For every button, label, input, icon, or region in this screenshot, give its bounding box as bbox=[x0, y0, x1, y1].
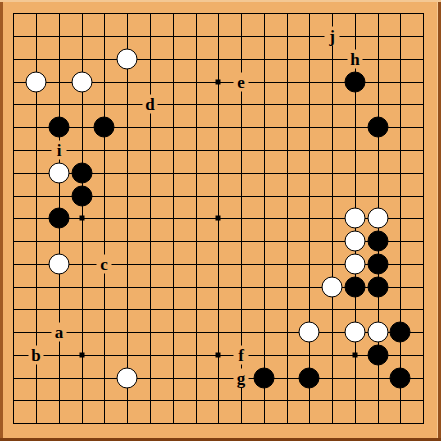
point-label-f: f bbox=[234, 346, 249, 365]
white-stone bbox=[49, 163, 70, 184]
black-stone bbox=[254, 368, 275, 389]
white-stone bbox=[322, 277, 343, 298]
black-stone bbox=[368, 254, 389, 275]
white-stone bbox=[117, 368, 138, 389]
star-point bbox=[80, 216, 85, 221]
white-stone bbox=[117, 49, 138, 70]
black-stone bbox=[390, 368, 411, 389]
white-stone bbox=[368, 322, 389, 343]
grid-line-vertical bbox=[400, 13, 401, 424]
white-stone bbox=[26, 72, 47, 93]
black-stone bbox=[368, 231, 389, 252]
point-label-j: j bbox=[325, 27, 340, 46]
black-stone bbox=[94, 117, 115, 138]
grid-line-horizontal bbox=[13, 378, 424, 379]
go-board: jhedicabfg bbox=[0, 0, 441, 441]
grid-line-horizontal bbox=[13, 400, 424, 401]
white-stone bbox=[345, 208, 366, 229]
white-stone bbox=[345, 231, 366, 252]
star-point bbox=[216, 80, 221, 85]
point-label-a: a bbox=[52, 323, 67, 342]
black-stone bbox=[72, 163, 93, 184]
point-label-e: e bbox=[234, 73, 249, 92]
black-stone bbox=[345, 277, 366, 298]
grid-line-vertical bbox=[264, 13, 265, 424]
black-stone bbox=[368, 277, 389, 298]
black-stone bbox=[368, 345, 389, 366]
star-point bbox=[216, 216, 221, 221]
point-label-b: b bbox=[29, 346, 44, 365]
black-stone bbox=[72, 186, 93, 207]
white-stone bbox=[299, 322, 320, 343]
white-stone bbox=[345, 254, 366, 275]
point-label-i: i bbox=[52, 141, 67, 160]
star-point bbox=[216, 353, 221, 358]
black-stone bbox=[49, 208, 70, 229]
black-stone bbox=[390, 322, 411, 343]
grid-line-vertical bbox=[287, 13, 288, 424]
white-stone bbox=[72, 72, 93, 93]
star-point bbox=[353, 353, 358, 358]
grid-line-vertical bbox=[423, 13, 424, 424]
point-label-d: d bbox=[143, 95, 158, 114]
black-stone bbox=[368, 117, 389, 138]
white-stone bbox=[49, 254, 70, 275]
grid-line-vertical bbox=[309, 13, 310, 424]
grid-line-horizontal bbox=[13, 423, 424, 424]
black-stone bbox=[345, 72, 366, 93]
star-point bbox=[80, 353, 85, 358]
black-stone bbox=[49, 117, 70, 138]
white-stone bbox=[345, 322, 366, 343]
black-stone bbox=[299, 368, 320, 389]
point-label-g: g bbox=[234, 369, 249, 388]
point-label-h: h bbox=[348, 50, 363, 69]
grid-line-horizontal bbox=[13, 309, 424, 310]
white-stone bbox=[368, 208, 389, 229]
grid-line-vertical bbox=[332, 13, 333, 424]
point-label-c: c bbox=[97, 255, 112, 274]
